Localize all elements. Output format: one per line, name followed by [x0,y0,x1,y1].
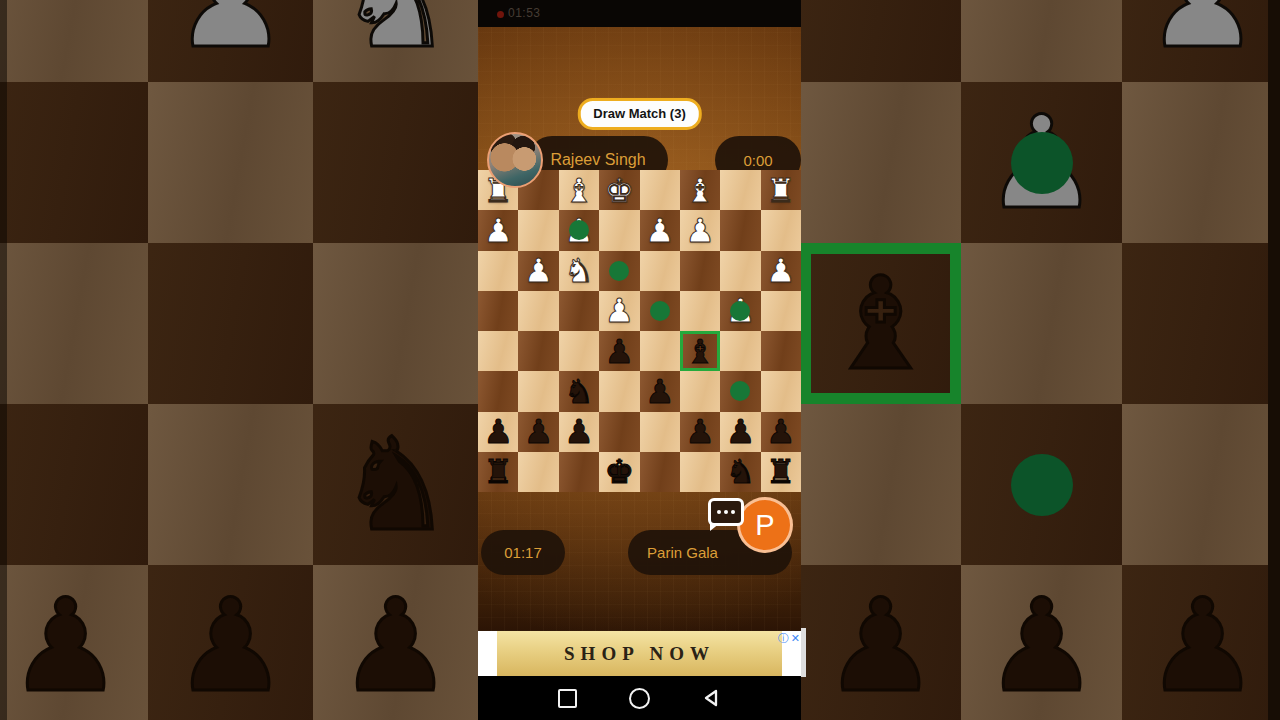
square-a6[interactable] [761,371,801,411]
bg-square: ♟ [961,565,1122,720]
piece-bP: ♟ [766,415,796,448]
square-f4[interactable] [559,291,599,331]
square-h6[interactable] [478,371,518,411]
square-f6[interactable]: ♞ [559,371,599,411]
background-ad-sliver [801,628,806,677]
chat-button[interactable] [708,498,744,526]
bg-square [800,404,961,565]
piece-wK: ♚ [605,174,635,207]
bg-piece-bP: ♟ [8,582,123,710]
bg-square: ♟ [148,0,313,82]
bg-piece-bP: ♟ [173,582,288,710]
square-f1[interactable]: ♝ [559,170,599,210]
square-b7[interactable]: ♟ [720,412,760,452]
square-d8[interactable] [640,452,680,492]
square-a2[interactable] [761,210,801,250]
bottom-player-clock: 01:17 [481,530,565,575]
piece-bP: ♟ [605,335,635,368]
square-b8[interactable]: ♞ [720,452,760,492]
piece-wP: ♟ [605,294,635,327]
square-c1[interactable]: ♝ [680,170,720,210]
square-e7[interactable] [599,412,639,452]
square-f2[interactable]: ♟ [559,210,599,250]
bg-square: ♟ [148,565,313,720]
avatar-top-player[interactable] [487,132,543,188]
square-b3[interactable] [720,251,760,291]
square-e5[interactable]: ♟ [599,331,639,371]
bg-square [1122,243,1280,404]
legal-move-dot [650,301,670,321]
ad-gold-banner[interactable]: SHOP NOW [497,631,782,676]
square-g4[interactable] [518,291,558,331]
bg-square [313,82,478,243]
square-e1[interactable]: ♚ [599,170,639,210]
phone-screen: 01:53 Draw Match (3) Rajeev Singh 0:00 0… [478,0,801,720]
avatar-letter: P [755,509,774,542]
bg-square: ♟ [0,565,148,720]
home-circle-icon[interactable] [629,688,650,709]
background-board-right: ♟♟♝♟♟♟ [800,0,1280,720]
bg-square: ♟ [1122,0,1280,82]
ad-close-icon[interactable]: ✕ [791,631,800,645]
bg-piece-wP: ♟ [1145,0,1260,66]
legal-move-dot [730,381,750,401]
piece-bP: ♟ [483,415,513,448]
square-e8[interactable]: ♚ [599,452,639,492]
square-e6[interactable] [599,371,639,411]
bg-square [1122,404,1280,565]
square-e3[interactable] [599,251,639,291]
bg-square: ♝ [800,243,961,404]
bg-move-dot [1011,454,1073,516]
square-g2[interactable] [518,210,558,250]
square-c2[interactable]: ♟ [680,210,720,250]
square-b4[interactable]: ♟ [720,291,760,331]
bg-piece-wN: ♞ [338,0,453,66]
recording-dot-icon [497,11,504,18]
square-a5[interactable] [761,331,801,371]
piece-bP: ♟ [524,415,554,448]
square-d2[interactable]: ♟ [640,210,680,250]
square-b6[interactable] [720,371,760,411]
square-g7[interactable]: ♟ [518,412,558,452]
bg-square [1122,82,1280,243]
square-c7[interactable]: ♟ [680,412,720,452]
right-edge-shadow [1268,0,1280,720]
piece-wP: ♟ [645,214,675,247]
square-f8[interactable] [559,452,599,492]
square-a8[interactable]: ♜ [761,452,801,492]
bg-piece-bP: ♟ [984,582,1099,710]
piece-wN: ♞ [564,254,594,287]
square-g6[interactable] [518,371,558,411]
chess-board[interactable]: ♜♝♚♝♜♟♟♟♟♟♞♟♟♟♟♝♞♟♟♟♟♟♟♟♜♚♞♜ [478,170,801,492]
square-c3[interactable] [680,251,720,291]
bg-square [148,404,313,565]
square-b2[interactable] [720,210,760,250]
square-h3[interactable] [478,251,518,291]
bg-move-dot [1011,132,1073,194]
bg-piece-bP: ♟ [1145,582,1260,710]
bg-square [961,404,1122,565]
bg-square [313,243,478,404]
piece-wB: ♝ [564,174,594,207]
square-g3[interactable]: ♟ [518,251,558,291]
square-d5[interactable] [640,331,680,371]
bg-square [0,82,148,243]
bg-piece-bP: ♟ [338,582,453,710]
square-a4[interactable] [761,291,801,331]
piece-bP: ♟ [685,415,715,448]
bg-square [148,243,313,404]
square-h5[interactable] [478,331,518,371]
piece-bR: ♜ [483,455,513,488]
piece-bN: ♞ [564,375,594,408]
piece-bP: ♟ [645,375,675,408]
bg-square [0,243,148,404]
square-h2[interactable]: ♟ [478,210,518,250]
square-f5[interactable] [559,331,599,371]
square-h4[interactable] [478,291,518,331]
square-d7[interactable] [640,412,680,452]
piece-bB: ♝ [685,335,715,368]
bg-square [800,0,961,82]
android-navbar [478,676,801,720]
screenshot-root: ♟♞♞♟♟♟ ♟♟♝♟♟♟ 01:53 Draw Match (3) Rajee… [0,0,1280,720]
bg-square: ♟ [313,565,478,720]
bg-square: ♟ [961,82,1122,243]
avatar-bottom-player[interactable]: P [737,497,793,553]
ad-banner[interactable]: SHOP NOW ⓘ ✕ [478,631,801,676]
bg-piece-bN: ♞ [338,421,453,549]
square-e4[interactable]: ♟ [599,291,639,331]
bg-piece-bB: ♝ [823,260,938,388]
piece-wP: ♟ [483,214,513,247]
bg-square: ♟ [800,565,961,720]
square-c6[interactable] [680,371,720,411]
square-c5[interactable]: ♝ [680,331,720,371]
bg-square [961,0,1122,82]
square-h7[interactable]: ♟ [478,412,518,452]
piece-bN: ♞ [726,455,756,488]
draw-match-button[interactable]: Draw Match (3) [577,98,701,130]
bg-square: ♞ [313,404,478,565]
bg-square [0,0,148,82]
bg-square: ♟ [1122,565,1280,720]
square-a7[interactable]: ♟ [761,412,801,452]
background-board-left: ♟♞♞♟♟♟ [0,0,478,720]
square-d4[interactable] [640,291,680,331]
square-c4[interactable] [680,291,720,331]
status-bar-time: 01:53 [508,6,541,20]
square-e2[interactable] [599,210,639,250]
recents-square-icon[interactable] [558,689,577,708]
square-a1[interactable]: ♜ [761,170,801,210]
square-b1[interactable] [720,170,760,210]
piece-bP: ♟ [564,415,594,448]
bg-piece-wP: ♟ [173,0,288,66]
left-edge-shadow [0,0,7,720]
bg-square [0,404,148,565]
square-h8[interactable]: ♜ [478,452,518,492]
legal-move-dot [609,261,629,281]
bg-square [148,82,313,243]
piece-bR: ♜ [766,455,796,488]
square-g8[interactable] [518,452,558,492]
square-a3[interactable]: ♟ [761,251,801,291]
piece-bK: ♚ [605,455,635,488]
bg-square [961,243,1122,404]
piece-wB: ♝ [685,174,715,207]
square-c8[interactable] [680,452,720,492]
bg-piece-bP: ♟ [823,582,938,710]
android-status-bar: 01:53 [478,0,801,27]
bg-square: ♞ [313,0,478,82]
piece-wP: ♟ [685,214,715,247]
bg-square [800,82,961,243]
square-d3[interactable] [640,251,680,291]
square-f7[interactable]: ♟ [559,412,599,452]
square-g5[interactable] [518,331,558,371]
square-b5[interactable] [720,331,760,371]
ad-info-icon[interactable]: ⓘ [778,631,789,645]
square-d1[interactable] [640,170,680,210]
square-f3[interactable]: ♞ [559,251,599,291]
ad-text: SHOP NOW [564,643,715,665]
back-triangle-icon[interactable] [702,688,722,708]
piece-wP: ♟ [524,254,554,287]
piece-bP: ♟ [726,415,756,448]
piece-wP: ♟ [766,254,796,287]
square-d6[interactable]: ♟ [640,371,680,411]
piece-wR: ♜ [766,174,796,207]
